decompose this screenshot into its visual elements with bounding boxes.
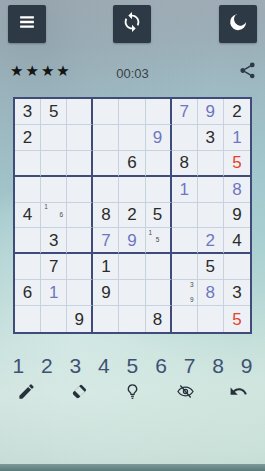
given-digit: 5 (153, 206, 162, 223)
user-digit: 1 (179, 181, 188, 198)
sudoku-cell-r9c3[interactable]: 9 (67, 306, 93, 332)
numpad-digit-7[interactable]: 7 (177, 354, 203, 378)
user-digit: 7 (179, 103, 188, 120)
sudoku-cell-r2c1[interactable]: 2 (15, 125, 41, 151)
sudoku-cell-r3c7[interactable]: 8 (172, 151, 198, 177)
bottom-edge-bar (0, 464, 265, 471)
sudoku-cell-r6c5[interactable]: 9 (119, 228, 145, 254)
error-digit: 5 (232, 311, 241, 328)
sudoku-cell-r7c9[interactable] (224, 254, 250, 280)
sudoku-cell-r9c4[interactable] (93, 306, 119, 332)
sudoku-cell-r8c6[interactable] (146, 280, 172, 306)
given-digit: 3 (49, 232, 58, 249)
sudoku-cell-r3c6[interactable] (146, 151, 172, 177)
sudoku-cell-r2c4[interactable] (93, 125, 119, 151)
sudoku-cell-r6c8[interactable]: 2 (198, 228, 224, 254)
sudoku-cell-r1c8[interactable]: 9 (198, 99, 224, 125)
sudoku-cell-r7c2[interactable]: 7 (41, 254, 67, 280)
numpad-digit-4[interactable]: 4 (91, 354, 117, 378)
pencil-mark: 1 (42, 204, 50, 212)
sudoku-cell-r4c5[interactable] (119, 177, 145, 203)
sudoku-cell-r8c2[interactable]: 1 (41, 280, 67, 306)
user-digit: 1 (232, 129, 241, 146)
sudoku-cell-r1c1[interactable]: 3 (15, 99, 41, 125)
sudoku-cell-r8c8[interactable]: 8 (198, 280, 224, 306)
sudoku-cell-r4c6[interactable] (146, 177, 172, 203)
given-digit: 8 (153, 311, 162, 328)
game-timer: 00:03 (0, 66, 265, 81)
sudoku-cell-r3c3[interactable] (67, 151, 93, 177)
user-digit: 8 (206, 284, 215, 301)
sudoku-cell-r5c3[interactable] (67, 203, 93, 229)
numpad-digit-6[interactable]: 6 (148, 354, 174, 378)
sudoku-cell-r2c3[interactable] (67, 125, 93, 151)
lightbulb-icon (123, 382, 142, 405)
sudoku-cell-r2c2[interactable] (41, 125, 67, 151)
sudoku-cell-r5c9[interactable]: 9 (224, 203, 250, 229)
pencil-icon (17, 382, 36, 405)
hint-tool-button[interactable] (122, 382, 144, 404)
sudoku-cell-r1c5[interactable] (119, 99, 145, 125)
user-digit: 9 (127, 232, 136, 249)
sudoku-cell-r7c5[interactable] (119, 254, 145, 280)
pencil-mark: 6 (58, 211, 66, 219)
error-digit: 5 (232, 154, 241, 171)
sudoku-cell-r7c4[interactable]: 1 (93, 254, 119, 280)
moon-icon (227, 11, 249, 37)
sudoku-cell-r4c8[interactable] (198, 177, 224, 203)
numpad-digit-9[interactable]: 9 (234, 354, 260, 378)
sudoku-cell-r1c9[interactable]: 2 (224, 99, 250, 125)
given-digit: 5 (206, 258, 215, 275)
sudoku-cell-r9c2[interactable] (41, 306, 67, 332)
sudoku-cell-r9c9[interactable]: 5 (224, 306, 250, 332)
sudoku-cell-r6c1[interactable] (15, 228, 41, 254)
user-digit: 1 (49, 284, 58, 301)
given-digit: 3 (232, 284, 241, 301)
given-digit: 1 (101, 258, 110, 275)
eraser-icon (70, 382, 89, 405)
sudoku-cell-r9c6[interactable]: 8 (146, 306, 172, 332)
sudoku-cell-r6c3[interactable] (67, 228, 93, 254)
sudoku-cell-r4c9[interactable]: 8 (224, 177, 250, 203)
sudoku-cell-r9c1[interactable] (15, 306, 41, 332)
sudoku-cell-r3c8[interactable] (198, 151, 224, 177)
given-digit: 9 (232, 206, 241, 223)
sudoku-cell-r2c9[interactable]: 1 (224, 125, 250, 151)
sudoku-cell-r5c6[interactable]: 5 (146, 203, 172, 229)
given-digit: 6 (23, 284, 32, 301)
eraser-tool-button[interactable] (69, 382, 91, 404)
given-digit: 2 (127, 206, 136, 223)
given-digit: 2 (23, 129, 32, 146)
given-digit: 4 (23, 206, 32, 223)
sudoku-cell-r7c6[interactable] (146, 254, 172, 280)
sudoku-cell-r6c9[interactable]: 4 (224, 228, 250, 254)
hide-tool-button[interactable] (175, 382, 197, 404)
sudoku-cell-r4c7[interactable]: 1 (172, 177, 198, 203)
hamburger-icon (16, 11, 38, 37)
sudoku-cell-r9c8[interactable] (198, 306, 224, 332)
sudoku-cell-r9c7[interactable] (172, 306, 198, 332)
sudoku-cell-r4c1[interactable] (15, 177, 41, 203)
sudoku-cell-r6c7[interactable] (172, 228, 198, 254)
given-digit: 2 (232, 103, 241, 120)
sudoku-cell-r7c7[interactable] (172, 254, 198, 280)
sudoku-cell-r3c2[interactable] (41, 151, 67, 177)
sudoku-cell-r8c3[interactable] (67, 280, 93, 306)
pencil-mark: 1 (147, 229, 154, 236)
sudoku-cell-r4c2[interactable] (41, 177, 67, 203)
sudoku-cell-r5c2[interactable]: 16 (41, 203, 67, 229)
sudoku-cell-r4c3[interactable] (67, 177, 93, 203)
eye-slash-icon (176, 382, 195, 405)
sudoku-cell-r8c4[interactable]: 9 (93, 280, 119, 306)
sudoku-cell-r3c1[interactable] (15, 151, 41, 177)
sudoku-cell-r5c7[interactable] (172, 203, 198, 229)
numpad-digit-3[interactable]: 3 (62, 354, 88, 378)
sudoku-cell-r5c1[interactable]: 4 (15, 203, 41, 229)
sudoku-cell-r2c8[interactable]: 3 (198, 125, 224, 151)
sudoku-cell-r6c4[interactable]: 7 (93, 228, 119, 254)
user-digit: 2 (206, 232, 215, 249)
given-digit: 3 (206, 129, 215, 146)
sudoku-cell-r9c5[interactable] (119, 306, 145, 332)
app-screen: ★★★★ 00:03 35792293168518416825937915247… (0, 0, 265, 471)
sudoku-cell-r2c5[interactable] (119, 125, 145, 151)
sudoku-cell-r6c2[interactable]: 3 (41, 228, 67, 254)
numpad-digit-2[interactable]: 2 (34, 354, 60, 378)
sudoku-cell-r8c9[interactable]: 3 (224, 280, 250, 306)
sudoku-cell-r7c3[interactable] (67, 254, 93, 280)
given-digit: 4 (232, 232, 241, 249)
sudoku-board: 3579229316851841682593791524715619398398… (13, 97, 252, 334)
night-mode-button[interactable] (219, 5, 257, 43)
sudoku-cell-r7c1[interactable] (15, 254, 41, 280)
given-digit: 3 (23, 103, 32, 120)
refresh-icon (121, 11, 143, 37)
new-game-button[interactable] (113, 5, 151, 43)
sudoku-cell-r3c9[interactable]: 5 (224, 151, 250, 177)
given-digit: 5 (49, 103, 58, 120)
sudoku-cell-r2c7[interactable] (172, 125, 198, 151)
given-digit: 9 (101, 284, 110, 301)
sudoku-cell-r1c7[interactable]: 7 (172, 99, 198, 125)
pencil-marks: 16 (42, 204, 65, 227)
sudoku-cell-r2c6[interactable]: 9 (146, 125, 172, 151)
given-digit: 7 (49, 258, 58, 275)
sudoku-cell-r3c4[interactable] (93, 151, 119, 177)
user-digit: 7 (101, 232, 110, 249)
sudoku-cell-r3c5[interactable]: 6 (119, 151, 145, 177)
given-digit: 8 (101, 206, 110, 223)
given-digit: 8 (179, 154, 188, 171)
pencil-tool-button[interactable] (16, 382, 38, 404)
given-digit: 9 (75, 311, 84, 328)
sudoku-cell-r4c4[interactable] (93, 177, 119, 203)
tool-bar (0, 381, 265, 405)
sudoku-cell-r7c8[interactable]: 5 (198, 254, 224, 280)
share-icon (238, 66, 257, 83)
sudoku-cell-r8c5[interactable] (119, 280, 145, 306)
pencil-mark: 3 (188, 281, 196, 289)
sudoku-cell-r6c6[interactable]: 15 (146, 228, 172, 254)
numpad-digit-5[interactable]: 5 (119, 354, 145, 378)
given-digit: 6 (127, 154, 136, 171)
sudoku-cell-r8c1[interactable]: 6 (15, 280, 41, 306)
undo-icon (229, 382, 248, 405)
share-button[interactable] (238, 61, 257, 80)
pencil-mark: 9 (188, 296, 196, 304)
sudoku-cell-r1c2[interactable]: 5 (41, 99, 67, 125)
sudoku-cell-r5c8[interactable] (198, 203, 224, 229)
sudoku-cell-r5c5[interactable]: 2 (119, 203, 145, 229)
pencil-marks: 15 (147, 229, 169, 251)
sudoku-cell-r1c3[interactable] (67, 99, 93, 125)
sudoku-cell-r1c4[interactable] (93, 99, 119, 125)
user-digit: 8 (232, 181, 241, 198)
number-pad: 123456789 (0, 351, 265, 381)
sudoku-cell-r1c6[interactable] (146, 99, 172, 125)
user-digit: 9 (206, 103, 215, 120)
numpad-digit-1[interactable]: 1 (5, 354, 31, 378)
pencil-mark: 5 (154, 237, 161, 244)
menu-button[interactable] (8, 5, 46, 43)
undo-tool-button[interactable] (228, 382, 250, 404)
pencil-marks: 39 (173, 281, 196, 304)
numpad-digit-8[interactable]: 8 (205, 354, 231, 378)
sudoku-cell-r5c4[interactable]: 8 (93, 203, 119, 229)
user-digit: 9 (153, 129, 162, 146)
sudoku-cell-r8c7[interactable]: 39 (172, 280, 198, 306)
